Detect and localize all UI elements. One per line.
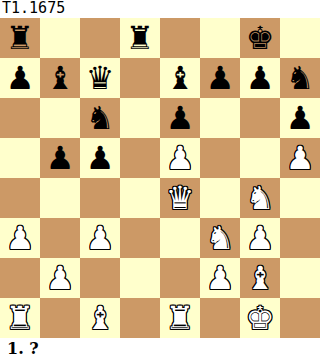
piece-black-pawn: ♟ (166, 98, 195, 138)
square-d3[interactable] (120, 218, 160, 258)
square-f8[interactable] (200, 18, 240, 58)
square-h2[interactable] (280, 258, 320, 298)
square-f6[interactable] (200, 98, 240, 138)
piece-black-queen: ♛ (86, 58, 115, 98)
square-g3[interactable]: ♟ (240, 218, 280, 258)
square-c7[interactable]: ♛ (80, 58, 120, 98)
square-g6[interactable] (240, 98, 280, 138)
square-e3[interactable] (160, 218, 200, 258)
square-b6[interactable] (40, 98, 80, 138)
square-c6[interactable]: ♞ (80, 98, 120, 138)
piece-black-rook: ♜ (6, 18, 35, 58)
square-a6[interactable] (0, 98, 40, 138)
piece-black-pawn: ♟ (206, 58, 235, 98)
piece-white-knight: ♞ (206, 218, 235, 258)
chess-diagram-page: T1.1675 ♜♜♚♟♝♛♝♟♟♞♞♟♟♟♟♟♟♛♞♟♟♞♟♟♟♝♜♝♜♚ 1… (0, 0, 320, 360)
square-e8[interactable] (160, 18, 200, 58)
square-g8[interactable]: ♚ (240, 18, 280, 58)
square-a8[interactable]: ♜ (0, 18, 40, 58)
square-a5[interactable] (0, 138, 40, 178)
square-f3[interactable]: ♞ (200, 218, 240, 258)
piece-white-rook: ♜ (166, 298, 195, 338)
square-g4[interactable]: ♞ (240, 178, 280, 218)
piece-black-knight: ♞ (286, 58, 315, 98)
square-g7[interactable]: ♟ (240, 58, 280, 98)
square-a4[interactable] (0, 178, 40, 218)
square-c8[interactable] (80, 18, 120, 58)
square-d8[interactable]: ♜ (120, 18, 160, 58)
square-g1[interactable]: ♚ (240, 298, 280, 338)
square-d2[interactable] (120, 258, 160, 298)
piece-white-pawn: ♟ (6, 218, 35, 258)
square-b1[interactable] (40, 298, 80, 338)
square-c5[interactable]: ♟ (80, 138, 120, 178)
piece-white-pawn: ♟ (166, 138, 195, 178)
piece-white-pawn: ♟ (86, 218, 115, 258)
puzzle-title: T1.1675 (0, 0, 320, 18)
square-d4[interactable] (120, 178, 160, 218)
square-g5[interactable] (240, 138, 280, 178)
square-c3[interactable]: ♟ (80, 218, 120, 258)
piece-black-knight: ♞ (86, 98, 115, 138)
square-d1[interactable] (120, 298, 160, 338)
square-b3[interactable] (40, 218, 80, 258)
piece-black-rook: ♜ (126, 18, 155, 58)
square-b5[interactable]: ♟ (40, 138, 80, 178)
chess-board: ♜♜♚♟♝♛♝♟♟♞♞♟♟♟♟♟♟♛♞♟♟♞♟♟♟♝♜♝♜♚ (0, 18, 320, 338)
piece-black-bishop: ♝ (166, 58, 195, 98)
square-b8[interactable] (40, 18, 80, 58)
square-e2[interactable] (160, 258, 200, 298)
piece-black-pawn: ♟ (286, 98, 315, 138)
square-e7[interactable]: ♝ (160, 58, 200, 98)
square-h1[interactable] (280, 298, 320, 338)
piece-white-bishop: ♝ (246, 258, 275, 298)
piece-black-king: ♚ (246, 18, 275, 58)
piece-white-pawn: ♟ (206, 258, 235, 298)
piece-white-pawn: ♟ (286, 138, 315, 178)
square-g2[interactable]: ♝ (240, 258, 280, 298)
square-d5[interactable] (120, 138, 160, 178)
square-c4[interactable] (80, 178, 120, 218)
square-e6[interactable]: ♟ (160, 98, 200, 138)
piece-black-bishop: ♝ (46, 58, 75, 98)
square-c2[interactable] (80, 258, 120, 298)
square-e5[interactable]: ♟ (160, 138, 200, 178)
square-e1[interactable]: ♜ (160, 298, 200, 338)
piece-white-knight: ♞ (246, 178, 275, 218)
square-h6[interactable]: ♟ (280, 98, 320, 138)
square-h7[interactable]: ♞ (280, 58, 320, 98)
square-a2[interactable] (0, 258, 40, 298)
square-c1[interactable]: ♝ (80, 298, 120, 338)
square-a1[interactable]: ♜ (0, 298, 40, 338)
square-a7[interactable]: ♟ (0, 58, 40, 98)
square-e4[interactable]: ♛ (160, 178, 200, 218)
square-a3[interactable]: ♟ (0, 218, 40, 258)
piece-black-pawn: ♟ (46, 138, 75, 178)
piece-white-pawn: ♟ (46, 258, 75, 298)
square-h4[interactable] (280, 178, 320, 218)
piece-white-bishop: ♝ (86, 298, 115, 338)
piece-black-pawn: ♟ (246, 58, 275, 98)
square-b2[interactable]: ♟ (40, 258, 80, 298)
move-prompt: 1. ? (0, 338, 320, 360)
piece-white-rook: ♜ (6, 298, 35, 338)
piece-black-pawn: ♟ (6, 58, 35, 98)
square-h3[interactable] (280, 218, 320, 258)
square-f7[interactable]: ♟ (200, 58, 240, 98)
piece-white-pawn: ♟ (246, 218, 275, 258)
square-d7[interactable] (120, 58, 160, 98)
piece-white-king: ♚ (246, 298, 275, 338)
square-b4[interactable] (40, 178, 80, 218)
square-f1[interactable] (200, 298, 240, 338)
piece-white-queen: ♛ (166, 178, 195, 218)
square-h8[interactable] (280, 18, 320, 58)
square-h5[interactable]: ♟ (280, 138, 320, 178)
square-d6[interactable] (120, 98, 160, 138)
square-b7[interactable]: ♝ (40, 58, 80, 98)
piece-black-pawn: ♟ (86, 138, 115, 178)
square-f4[interactable] (200, 178, 240, 218)
square-f2[interactable]: ♟ (200, 258, 240, 298)
square-f5[interactable] (200, 138, 240, 178)
